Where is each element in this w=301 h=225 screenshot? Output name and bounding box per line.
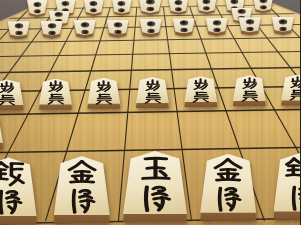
piece-K-5i[interactable]: [123, 151, 187, 222]
piece-L-9a[interactable]: [27, 0, 47, 17]
piece-P-6g[interactable]: [87, 78, 120, 109]
piece-P-8g[interactable]: [0, 79, 24, 110]
piece-L-1a[interactable]: [253, 0, 273, 13]
piece-P-4g[interactable]: [184, 76, 217, 107]
piece-P-2g[interactable]: [281, 75, 300, 106]
piece-P-2c[interactable]: [239, 17, 261, 35]
piece-G-4i[interactable]: [200, 154, 256, 221]
piece-P-3g[interactable]: [233, 75, 266, 106]
piece-top-face: [0, 113, 3, 143]
piece-P-5c[interactable]: [140, 19, 162, 37]
piece-P-1c[interactable]: [272, 17, 294, 35]
piece-S-3i[interactable]: [274, 153, 301, 220]
piece-P-3c[interactable]: [206, 18, 228, 36]
piece-P-6c[interactable]: [107, 20, 129, 38]
piece-G-6a[interactable]: [112, 0, 132, 16]
piece-P-8c[interactable]: [41, 21, 63, 39]
piece-P-7g[interactable]: [39, 79, 72, 110]
piece-k-5a[interactable]: [139, 0, 162, 15]
piece-S-7a[interactable]: [84, 0, 104, 16]
piece-S-3a[interactable]: [197, 0, 217, 14]
piece-P-9c[interactable]: [8, 21, 30, 39]
pieces-layer: [0, 0, 300, 225]
piece-S-7i[interactable]: [0, 157, 37, 224]
shogi-board-photo: [0, 0, 300, 225]
piece-B-8h[interactable]: [0, 113, 3, 149]
piece-P-5g[interactable]: [136, 77, 169, 108]
piece-P-7c[interactable]: [74, 20, 96, 38]
piece-G-4a[interactable]: [168, 0, 188, 15]
piece-G-6i[interactable]: [54, 156, 110, 223]
piece-P-4c[interactable]: [173, 18, 195, 36]
